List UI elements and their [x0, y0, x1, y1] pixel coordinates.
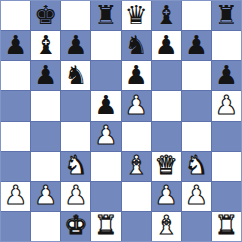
square-f1[interactable]: ♝	[152, 212, 181, 241]
white-pawn[interactable]: ♟	[64, 182, 87, 208]
square-a5[interactable]	[1, 91, 30, 120]
square-b2[interactable]: ♟	[31, 182, 60, 211]
square-g3[interactable]: ♞	[182, 152, 211, 181]
square-d2[interactable]	[91, 182, 120, 211]
white-queen[interactable]: ♛	[155, 152, 178, 178]
square-e3[interactable]: ♝	[122, 152, 151, 181]
square-f7[interactable]: ♟	[152, 31, 181, 60]
white-pawn[interactable]: ♟	[185, 182, 208, 208]
square-e8[interactable]: ♛	[122, 1, 151, 30]
square-g4[interactable]	[182, 122, 211, 151]
square-f3[interactable]: ♛	[152, 152, 181, 181]
black-bishop[interactable]: ♝	[155, 2, 178, 28]
square-a3[interactable]	[1, 152, 30, 181]
square-g8[interactable]	[182, 1, 211, 30]
white-rook[interactable]: ♜	[94, 212, 117, 238]
square-h2[interactable]	[212, 182, 241, 211]
black-knight[interactable]: ♞	[64, 62, 87, 88]
square-c1[interactable]: ♚	[61, 212, 90, 241]
square-c7[interactable]: ♟	[61, 31, 90, 60]
square-d4[interactable]: ♟	[91, 122, 120, 151]
square-h7[interactable]	[212, 31, 241, 60]
white-pawn[interactable]: ♟	[215, 92, 238, 118]
black-pawn[interactable]: ♟	[4, 32, 27, 58]
square-b1[interactable]	[31, 212, 60, 241]
square-e1[interactable]	[122, 212, 151, 241]
square-f5[interactable]	[152, 91, 181, 120]
square-f4[interactable]	[152, 122, 181, 151]
white-rook[interactable]: ♜	[215, 212, 238, 238]
square-c3[interactable]: ♞	[61, 152, 90, 181]
square-e5[interactable]: ♟	[122, 91, 151, 120]
square-a2[interactable]: ♟	[1, 182, 30, 211]
square-e4[interactable]	[122, 122, 151, 151]
square-d6[interactable]	[91, 61, 120, 90]
square-h3[interactable]	[212, 152, 241, 181]
square-d8[interactable]: ♜	[91, 1, 120, 30]
square-g1[interactable]	[182, 212, 211, 241]
square-g2[interactable]: ♟	[182, 182, 211, 211]
square-e2[interactable]	[122, 182, 151, 211]
square-b7[interactable]: ♝	[31, 31, 60, 60]
square-b3[interactable]	[31, 152, 60, 181]
square-f2[interactable]: ♟	[152, 182, 181, 211]
square-b8[interactable]: ♚	[31, 1, 60, 30]
square-d7[interactable]	[91, 31, 120, 60]
square-d3[interactable]	[91, 152, 120, 181]
white-king[interactable]: ♚	[64, 212, 87, 238]
square-d1[interactable]: ♜	[91, 212, 120, 241]
square-h5[interactable]: ♟	[212, 91, 241, 120]
chess-board-frame: ♚♜♛♝♜♟♝♟♞♟♟♟♞♟♟♟♟♟♟♞♝♛♞♟♟♟♟♟♚♜♝♜	[0, 0, 242, 242]
black-king[interactable]: ♚	[34, 2, 57, 28]
white-knight[interactable]: ♞	[185, 152, 208, 178]
square-a1[interactable]	[1, 212, 30, 241]
square-c2[interactable]: ♟	[61, 182, 90, 211]
black-rook[interactable]: ♜	[215, 2, 238, 28]
square-c5[interactable]	[61, 91, 90, 120]
black-pawn[interactable]: ♟	[124, 62, 147, 88]
square-g5[interactable]	[182, 91, 211, 120]
square-b4[interactable]	[31, 122, 60, 151]
white-pawn[interactable]: ♟	[4, 182, 27, 208]
square-d5[interactable]: ♟	[91, 91, 120, 120]
black-pawn[interactable]: ♟	[155, 32, 178, 58]
black-pawn[interactable]: ♟	[185, 32, 208, 58]
black-queen[interactable]: ♛	[124, 2, 147, 28]
white-bishop[interactable]: ♝	[155, 212, 178, 238]
white-pawn[interactable]: ♟	[34, 182, 57, 208]
square-b6[interactable]: ♟	[31, 61, 60, 90]
square-a6[interactable]	[1, 61, 30, 90]
square-h8[interactable]: ♜	[212, 1, 241, 30]
black-pawn[interactable]: ♟	[64, 32, 87, 58]
square-f8[interactable]: ♝	[152, 1, 181, 30]
square-c4[interactable]	[61, 122, 90, 151]
white-pawn[interactable]: ♟	[124, 92, 147, 118]
white-pawn[interactable]: ♟	[94, 122, 117, 148]
square-c8[interactable]	[61, 1, 90, 30]
black-pawn[interactable]: ♟	[94, 92, 117, 118]
square-b5[interactable]	[31, 91, 60, 120]
square-a4[interactable]	[1, 122, 30, 151]
black-pawn[interactable]: ♟	[215, 62, 238, 88]
square-e7[interactable]: ♞	[122, 31, 151, 60]
square-g7[interactable]: ♟	[182, 31, 211, 60]
square-f6[interactable]	[152, 61, 181, 90]
square-a7[interactable]: ♟	[1, 31, 30, 60]
square-a8[interactable]	[1, 1, 30, 30]
square-h1[interactable]: ♜	[212, 212, 241, 241]
square-h6[interactable]: ♟	[212, 61, 241, 90]
white-pawn[interactable]: ♟	[155, 182, 178, 208]
square-h4[interactable]	[212, 122, 241, 151]
square-g6[interactable]	[182, 61, 211, 90]
white-knight[interactable]: ♞	[64, 152, 87, 178]
square-c6[interactable]: ♞	[61, 61, 90, 90]
square-e6[interactable]: ♟	[122, 61, 151, 90]
black-pawn[interactable]: ♟	[34, 62, 57, 88]
black-knight[interactable]: ♞	[124, 32, 147, 58]
black-rook[interactable]: ♜	[94, 2, 117, 28]
black-bishop[interactable]: ♝	[34, 32, 57, 58]
chess-board: ♚♜♛♝♜♟♝♟♞♟♟♟♞♟♟♟♟♟♟♞♝♛♞♟♟♟♟♟♚♜♝♜	[1, 1, 241, 241]
white-bishop[interactable]: ♝	[124, 152, 147, 178]
